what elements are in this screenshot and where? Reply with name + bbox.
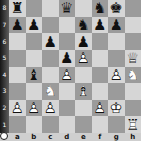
piece-black-queen: ♛ (59, 1, 76, 16)
rank-label-5: 5 (0, 50, 9, 67)
chess-diagram: 87654321 ♜♛♞♚♟♟♞♟♟♟♟♟♟♙♛♕♝♟♙♟♙♞♘♞♘♝♗♟♙♟♙… (0, 0, 141, 141)
square-f3[interactable] (92, 83, 109, 100)
white-piece-outline: ♙ (26, 101, 43, 116)
piece-white-pawn: ♟♙ (108, 67, 125, 82)
piece-black-pawn: ♟ (59, 51, 76, 66)
square-b5[interactable] (26, 50, 43, 67)
white-piece-outline: ♙ (92, 101, 109, 116)
square-e4[interactable] (75, 67, 92, 84)
file-label-h: h (125, 133, 142, 141)
file-label-f: f (92, 133, 109, 141)
piece-white-knight: ♞♘ (125, 67, 142, 82)
rank-label-4: 4 (0, 67, 9, 84)
square-h4[interactable]: ♞♘ (125, 67, 142, 84)
rank-label-3: 3 (0, 83, 9, 100)
file-label-e: e (75, 133, 92, 141)
piece-white-queen: ♛♕ (125, 51, 142, 66)
square-d1[interactable] (59, 116, 76, 133)
square-d2[interactable] (59, 100, 76, 117)
file-label-c: c (42, 133, 59, 141)
square-d7[interactable] (59, 17, 76, 34)
square-b4[interactable]: ♝ (26, 67, 43, 84)
white-piece-outline: ♙ (75, 51, 92, 66)
piece-white-pawn: ♟♙ (59, 67, 76, 82)
white-piece-outline: ♖ (125, 117, 142, 132)
square-g7[interactable]: ♟ (108, 17, 125, 34)
square-a7[interactable]: ♟ (9, 17, 26, 34)
white-piece-outline: ♔ (108, 101, 125, 116)
square-f1[interactable] (92, 116, 109, 133)
square-c1[interactable] (42, 116, 59, 133)
square-c7[interactable] (42, 17, 59, 34)
white-piece-outline: ♙ (59, 67, 76, 82)
square-c3[interactable]: ♞♘ (42, 83, 59, 100)
square-g8[interactable]: ♚ (108, 0, 125, 17)
square-c5[interactable] (42, 50, 59, 67)
square-f7[interactable]: ♟ (92, 17, 109, 34)
square-b8[interactable] (26, 0, 43, 17)
square-h7[interactable] (125, 17, 142, 34)
piece-white-pawn: ♟♙ (42, 101, 59, 116)
square-b3[interactable] (26, 83, 43, 100)
piece-black-king: ♚ (108, 1, 125, 16)
square-a8[interactable]: ♜ (9, 0, 26, 17)
piece-white-pawn: ♟♙ (75, 51, 92, 66)
square-g1[interactable] (108, 116, 125, 133)
rank-label-2: 2 (0, 100, 9, 117)
square-e7[interactable]: ♞ (75, 17, 92, 34)
file-label-d: d (59, 133, 76, 141)
piece-black-rook: ♜ (9, 1, 26, 16)
square-f6[interactable] (92, 33, 109, 50)
square-g4[interactable]: ♟♙ (108, 67, 125, 84)
square-h3[interactable] (125, 83, 142, 100)
square-d8[interactable]: ♛ (59, 0, 76, 17)
square-e2[interactable] (75, 100, 92, 117)
square-b2[interactable]: ♟♙ (26, 100, 43, 117)
square-f8[interactable]: ♞ (92, 0, 109, 17)
white-piece-outline: ♙ (108, 67, 125, 82)
piece-black-pawn: ♟ (9, 17, 26, 32)
square-h2[interactable] (125, 100, 142, 117)
white-piece-outline: ♙ (9, 101, 26, 116)
chess-board: ♜♛♞♚♟♟♞♟♟♟♟♟♟♙♛♕♝♟♙♟♙♞♘♞♘♝♗♟♙♟♙♟♙♟♙♚♔♜♖ (9, 0, 141, 133)
piece-white-bishop: ♝♗ (75, 84, 92, 99)
piece-black-pawn: ♟ (92, 17, 109, 32)
piece-white-rook: ♜♖ (125, 117, 142, 132)
file-labels: abcdefgh (9, 133, 141, 141)
piece-black-bishop: ♝ (26, 67, 43, 82)
rank-label-1: 1 (0, 116, 9, 133)
square-d5[interactable]: ♟ (59, 50, 76, 67)
square-e5[interactable]: ♟♙ (75, 50, 92, 67)
rank-label-6: 6 (0, 33, 9, 50)
square-e1[interactable] (75, 116, 92, 133)
rank-label-7: 7 (0, 17, 9, 34)
piece-black-pawn: ♟ (26, 17, 43, 32)
square-h1[interactable]: ♜♖ (125, 116, 142, 133)
square-d6[interactable] (59, 33, 76, 50)
file-label-a: a (9, 133, 26, 141)
square-a1[interactable] (9, 116, 26, 133)
square-e3[interactable]: ♝♗ (75, 83, 92, 100)
square-e8[interactable] (75, 0, 92, 17)
piece-white-pawn: ♟♙ (26, 101, 43, 116)
piece-white-king: ♚♔ (108, 101, 125, 116)
piece-white-pawn: ♟♙ (9, 101, 26, 116)
square-c4[interactable] (42, 67, 59, 84)
square-f2[interactable]: ♟♙ (92, 100, 109, 117)
piece-black-pawn: ♟ (108, 17, 125, 32)
piece-white-pawn: ♟♙ (92, 101, 109, 116)
file-label-g: g (108, 133, 125, 141)
square-c6[interactable]: ♟ (42, 33, 59, 50)
file-label-b: b (26, 133, 43, 141)
square-a2[interactable]: ♟♙ (9, 100, 26, 117)
piece-black-pawn: ♟ (75, 34, 92, 49)
white-piece-outline: ♗ (75, 84, 92, 99)
rank-labels: 87654321 (0, 0, 9, 133)
square-h6[interactable] (125, 33, 142, 50)
square-h8[interactable] (125, 0, 142, 17)
square-c8[interactable] (42, 0, 59, 17)
square-h5[interactable]: ♛♕ (125, 50, 142, 67)
square-b1[interactable] (26, 116, 43, 133)
square-g6[interactable] (108, 33, 125, 50)
square-f4[interactable] (92, 67, 109, 84)
square-c2[interactable]: ♟♙ (42, 100, 59, 117)
white-piece-outline: ♘ (125, 67, 142, 82)
square-g5[interactable] (108, 50, 125, 67)
piece-black-knight: ♞ (75, 17, 92, 32)
square-a6[interactable] (9, 33, 26, 50)
white-to-move-indicator (0, 132, 8, 140)
square-a3[interactable] (9, 83, 26, 100)
square-f5[interactable] (92, 50, 109, 67)
square-e6[interactable]: ♟ (75, 33, 92, 50)
piece-black-pawn: ♟ (42, 34, 59, 49)
piece-white-knight: ♞♘ (42, 84, 59, 99)
white-piece-outline: ♘ (42, 84, 59, 99)
piece-black-knight: ♞ (92, 1, 109, 16)
square-b7[interactable]: ♟ (26, 17, 43, 34)
white-piece-outline: ♕ (125, 51, 142, 66)
white-piece-outline: ♙ (42, 101, 59, 116)
square-d4[interactable]: ♟♙ (59, 67, 76, 84)
square-b6[interactable] (26, 33, 43, 50)
square-g2[interactable]: ♚♔ (108, 100, 125, 117)
square-d3[interactable] (59, 83, 76, 100)
rank-label-8: 8 (0, 0, 9, 17)
file-label-strip: abcdefgh (0, 133, 141, 141)
square-a4[interactable] (9, 67, 26, 84)
square-a5[interactable] (9, 50, 26, 67)
square-g3[interactable] (108, 83, 125, 100)
